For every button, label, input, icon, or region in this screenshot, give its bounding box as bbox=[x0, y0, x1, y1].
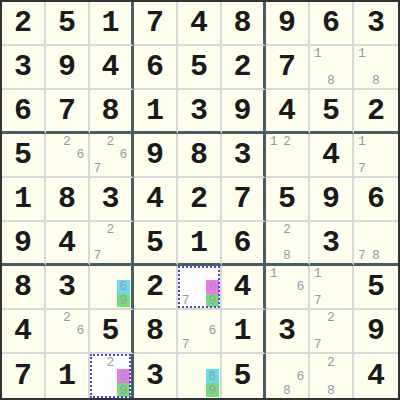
cell-value: 3 bbox=[354, 2, 398, 44]
pencil-mark-2: 2 bbox=[280, 223, 293, 236]
pencil-mark-6: 6 bbox=[74, 324, 87, 337]
pencil-marks: 18 bbox=[355, 47, 397, 87]
cell-r3c5[interactable]: 3 bbox=[178, 90, 222, 134]
cell-r9c1[interactable]: 7 bbox=[2, 354, 46, 398]
cell-value: 5 bbox=[46, 2, 88, 44]
cell-r7c8[interactable]: 17 bbox=[310, 266, 354, 310]
cell-r5c8[interactable]: 9 bbox=[310, 178, 354, 222]
cell-r1c2[interactable]: 5 bbox=[46, 2, 90, 46]
cell-r8c3[interactable]: 5 bbox=[90, 310, 134, 354]
cell-value: 4 bbox=[46, 222, 88, 263]
pencil-mark-9: 9 bbox=[206, 383, 219, 397]
pencil-mark-9: 9 bbox=[117, 383, 130, 397]
pencil-mark-6: 6 bbox=[294, 369, 307, 383]
pencil-marks: 26 bbox=[47, 135, 87, 175]
cell-r3c6[interactable]: 9 bbox=[222, 90, 266, 134]
cell-value: 7 bbox=[2, 354, 44, 398]
cell-value: 3 bbox=[90, 178, 131, 220]
cell-r8c8[interactable]: 27 bbox=[310, 310, 354, 354]
cell-r6c1[interactable]: 9 bbox=[2, 222, 46, 266]
cell-r9c8[interactable]: 28 bbox=[310, 354, 354, 398]
cell-r4c6[interactable]: 3 bbox=[222, 134, 266, 178]
cell-r5c4[interactable]: 4 bbox=[134, 178, 178, 222]
pencil-mark-8: 8 bbox=[324, 74, 337, 87]
pencil-mark-1: 1 bbox=[355, 47, 369, 60]
cell-value: 4 bbox=[310, 134, 352, 176]
pencil-mark-6: 6 bbox=[206, 369, 219, 383]
cell-r6c4[interactable]: 5 bbox=[134, 222, 178, 266]
cell-value: 3 bbox=[222, 134, 263, 176]
cell-r4c8[interactable]: 4 bbox=[310, 134, 354, 178]
pencil-mark-7: 7 bbox=[355, 249, 369, 262]
cell-r1c1[interactable]: 2 bbox=[2, 2, 46, 46]
cell-r1c9[interactable]: 3 bbox=[354, 2, 398, 46]
pencil-marks: 17 bbox=[311, 267, 351, 307]
cell-value: 4 bbox=[134, 178, 176, 220]
cell-value: 2 bbox=[222, 46, 263, 88]
pencil-mark-6: 6 bbox=[206, 324, 219, 337]
cell-r3c8[interactable]: 5 bbox=[310, 90, 354, 134]
cell-value: 4 bbox=[90, 46, 131, 88]
cell-value: 4 bbox=[354, 354, 398, 398]
pencil-marks: 69 bbox=[179, 355, 219, 397]
pencil-marks: 78 bbox=[355, 223, 397, 262]
cell-r9c4[interactable]: 3 bbox=[134, 354, 178, 398]
cell-r8c5[interactable]: 67 bbox=[178, 310, 222, 354]
cell-r9c6[interactable]: 5 bbox=[222, 354, 266, 398]
cell-r6c8[interactable]: 3 bbox=[310, 222, 354, 266]
cell-value: 3 bbox=[2, 46, 44, 88]
cell-r1c7[interactable]: 9 bbox=[266, 2, 310, 46]
cell-r7c9[interactable]: 5 bbox=[354, 266, 398, 310]
pencil-mark-2: 2 bbox=[324, 355, 337, 369]
pencil-marks: 269 bbox=[91, 355, 130, 397]
pencil-marks: 69 bbox=[91, 267, 130, 307]
cell-r6c6[interactable]: 6 bbox=[222, 222, 266, 266]
cell-value: 5 bbox=[222, 354, 263, 398]
cell-r6c3[interactable]: 27 bbox=[90, 222, 134, 266]
cell-value: 6 bbox=[2, 90, 44, 131]
cell-value: 9 bbox=[354, 310, 398, 352]
cell-value: 8 bbox=[178, 134, 220, 176]
pencil-mark-7: 7 bbox=[311, 294, 324, 307]
sudoku-board: 2517489633946527181867813945252626798312… bbox=[0, 0, 400, 400]
cell-value: 1 bbox=[222, 310, 263, 352]
cell-value: 5 bbox=[90, 310, 131, 352]
pencil-marks: 26 bbox=[47, 311, 87, 351]
cell-value: 3 bbox=[46, 266, 88, 308]
cell-r9c2[interactable]: 1 bbox=[46, 354, 90, 398]
cell-r8c6[interactable]: 1 bbox=[222, 310, 266, 354]
pencil-mark-2: 2 bbox=[280, 135, 293, 148]
pencil-mark-2: 2 bbox=[104, 355, 117, 369]
cell-value: 9 bbox=[46, 46, 88, 88]
pencil-mark-9: 9 bbox=[206, 294, 219, 307]
pencil-mark-6: 6 bbox=[206, 280, 219, 293]
pencil-mark-8: 8 bbox=[369, 249, 383, 262]
cell-value: 6 bbox=[310, 2, 352, 44]
cell-r4c9[interactable]: 17 bbox=[354, 134, 398, 178]
cell-value: 5 bbox=[2, 134, 44, 176]
cell-r4c7[interactable]: 12 bbox=[266, 134, 310, 178]
pencil-mark-6: 6 bbox=[117, 369, 130, 383]
cell-r3c4[interactable]: 1 bbox=[134, 90, 178, 134]
pencil-mark-7: 7 bbox=[91, 249, 104, 262]
cell-value: 9 bbox=[266, 2, 308, 44]
cell-value: 8 bbox=[134, 310, 176, 352]
cell-r3c7[interactable]: 4 bbox=[266, 90, 310, 134]
cell-r5c7[interactable]: 5 bbox=[266, 178, 310, 222]
cell-r1c5[interactable]: 4 bbox=[178, 2, 222, 46]
cell-r8c2[interactable]: 26 bbox=[46, 310, 90, 354]
cell-value: 3 bbox=[310, 222, 352, 263]
cell-r6c5[interactable]: 1 bbox=[178, 222, 222, 266]
cell-r4c5[interactable]: 8 bbox=[178, 134, 222, 178]
cell-value: 4 bbox=[2, 310, 44, 352]
pencil-marks: 28 bbox=[311, 355, 351, 397]
cell-value: 1 bbox=[90, 2, 131, 44]
pencil-marks: 679 bbox=[179, 267, 219, 307]
cell-value: 2 bbox=[134, 266, 176, 308]
cell-r7c3[interactable]: 69 bbox=[90, 266, 134, 310]
cell-value: 6 bbox=[354, 178, 398, 220]
cell-r7c1[interactable]: 8 bbox=[2, 266, 46, 310]
pencil-mark-7: 7 bbox=[311, 338, 324, 351]
cell-value: 4 bbox=[178, 2, 220, 44]
cell-value: 7 bbox=[222, 178, 263, 220]
pencil-marks: 12 bbox=[267, 135, 307, 175]
cell-r2c7[interactable]: 7 bbox=[266, 46, 310, 90]
cell-value: 6 bbox=[222, 222, 263, 263]
cell-r5c3[interactable]: 3 bbox=[90, 178, 134, 222]
cell-value: 6 bbox=[134, 46, 176, 88]
pencil-marks: 27 bbox=[311, 311, 351, 351]
pencil-marks: 67 bbox=[179, 311, 219, 351]
cell-r4c1[interactable]: 5 bbox=[2, 134, 46, 178]
pencil-mark-6: 6 bbox=[74, 148, 87, 161]
cell-value: 4 bbox=[266, 90, 308, 131]
cell-r9c5[interactable]: 69 bbox=[178, 354, 222, 398]
cell-r2c6[interactable]: 2 bbox=[222, 46, 266, 90]
cell-value: 9 bbox=[310, 178, 352, 220]
pencil-marks: 16 bbox=[267, 267, 307, 307]
cell-value: 8 bbox=[46, 178, 88, 220]
pencil-marks: 18 bbox=[311, 47, 351, 87]
pencil-mark-6: 6 bbox=[117, 148, 130, 161]
cell-r1c4[interactable]: 7 bbox=[134, 2, 178, 46]
cell-value: 7 bbox=[134, 2, 176, 44]
pencil-mark-2: 2 bbox=[324, 311, 337, 324]
cell-r4c2[interactable]: 26 bbox=[46, 134, 90, 178]
pencil-mark-6: 6 bbox=[294, 280, 307, 293]
pencil-mark-1: 1 bbox=[267, 267, 280, 280]
cell-r3c9[interactable]: 2 bbox=[354, 90, 398, 134]
cell-value: 2 bbox=[354, 90, 398, 131]
cell-r8c1[interactable]: 4 bbox=[2, 310, 46, 354]
cell-r3c2[interactable]: 7 bbox=[46, 90, 90, 134]
cell-value: 9 bbox=[2, 222, 44, 263]
cell-r5c5[interactable]: 2 bbox=[178, 178, 222, 222]
cell-r3c3[interactable]: 8 bbox=[90, 90, 134, 134]
pencil-mark-8: 8 bbox=[324, 383, 337, 397]
cell-r6c2[interactable]: 4 bbox=[46, 222, 90, 266]
cell-r2c1[interactable]: 3 bbox=[2, 46, 46, 90]
cell-r5c1[interactable]: 1 bbox=[2, 178, 46, 222]
cell-r8c7[interactable]: 3 bbox=[266, 310, 310, 354]
pencil-mark-7: 7 bbox=[355, 162, 369, 175]
cell-r2c4[interactable]: 6 bbox=[134, 46, 178, 90]
pencil-mark-8: 8 bbox=[369, 74, 383, 87]
pencil-marks: 27 bbox=[91, 223, 130, 262]
cell-value: 9 bbox=[134, 134, 176, 176]
cell-value: 1 bbox=[46, 354, 88, 398]
cell-value: 3 bbox=[266, 310, 308, 352]
cell-value: 7 bbox=[46, 90, 88, 131]
pencil-mark-9: 9 bbox=[117, 294, 130, 307]
cell-r6c9[interactable]: 78 bbox=[354, 222, 398, 266]
pencil-marks: 17 bbox=[355, 135, 397, 175]
cell-r7c6[interactable]: 4 bbox=[222, 266, 266, 310]
cell-r5c6[interactable]: 7 bbox=[222, 178, 266, 222]
cell-r7c7[interactable]: 16 bbox=[266, 266, 310, 310]
pencil-marks: 68 bbox=[267, 355, 307, 397]
cell-r2c3[interactable]: 4 bbox=[90, 46, 134, 90]
cell-r6c7[interactable]: 28 bbox=[266, 222, 310, 266]
pencil-mark-8: 8 bbox=[280, 383, 293, 397]
cell-value: 2 bbox=[178, 178, 220, 220]
cell-r2c8[interactable]: 18 bbox=[310, 46, 354, 90]
cell-r5c9[interactable]: 6 bbox=[354, 178, 398, 222]
pencil-mark-7: 7 bbox=[91, 162, 104, 175]
cell-value: 5 bbox=[134, 222, 176, 263]
cell-value: 5 bbox=[354, 266, 398, 308]
cell-r4c4[interactable]: 9 bbox=[134, 134, 178, 178]
cell-value: 1 bbox=[134, 90, 176, 131]
cell-r9c7[interactable]: 68 bbox=[266, 354, 310, 398]
pencil-mark-8: 8 bbox=[280, 249, 293, 262]
cell-value: 8 bbox=[222, 2, 263, 44]
cell-r4c3[interactable]: 267 bbox=[90, 134, 134, 178]
cell-r8c4[interactable]: 8 bbox=[134, 310, 178, 354]
cell-r1c6[interactable]: 8 bbox=[222, 2, 266, 46]
pencil-mark-2: 2 bbox=[104, 223, 117, 236]
cell-r3c1[interactable]: 6 bbox=[2, 90, 46, 134]
cell-value: 7 bbox=[266, 46, 308, 88]
pencil-mark-6: 6 bbox=[117, 280, 130, 293]
pencil-mark-2: 2 bbox=[60, 311, 73, 324]
cell-value: 1 bbox=[178, 222, 220, 263]
cell-value: 9 bbox=[222, 90, 263, 131]
cell-value: 5 bbox=[310, 90, 352, 131]
cell-r9c9[interactable]: 4 bbox=[354, 354, 398, 398]
cell-value: 3 bbox=[178, 90, 220, 131]
cell-value: 5 bbox=[178, 46, 220, 88]
cell-r9c3[interactable]: 269 bbox=[90, 354, 134, 398]
cell-value: 2 bbox=[2, 2, 44, 44]
cell-value: 1 bbox=[2, 178, 44, 220]
cell-value: 8 bbox=[2, 266, 44, 308]
pencil-marks: 28 bbox=[267, 223, 307, 262]
pencil-mark-2: 2 bbox=[60, 135, 73, 148]
pencil-mark-1: 1 bbox=[311, 267, 324, 280]
cell-r2c5[interactable]: 5 bbox=[178, 46, 222, 90]
cell-r2c9[interactable]: 18 bbox=[354, 46, 398, 90]
cell-r7c5[interactable]: 679 bbox=[178, 266, 222, 310]
cell-r2c2[interactable]: 9 bbox=[46, 46, 90, 90]
cell-r1c3[interactable]: 1 bbox=[90, 2, 134, 46]
cell-value: 5 bbox=[266, 178, 308, 220]
pencil-mark-1: 1 bbox=[311, 47, 324, 60]
cell-value: 8 bbox=[90, 90, 131, 131]
pencil-mark-7: 7 bbox=[179, 294, 192, 307]
cell-r7c4[interactable]: 2 bbox=[134, 266, 178, 310]
cell-r1c8[interactable]: 6 bbox=[310, 2, 354, 46]
pencil-mark-1: 1 bbox=[355, 135, 369, 148]
cell-r7c2[interactable]: 3 bbox=[46, 266, 90, 310]
pencil-mark-1: 1 bbox=[267, 135, 280, 148]
cell-r5c2[interactable]: 8 bbox=[46, 178, 90, 222]
cell-r8c9[interactable]: 9 bbox=[354, 310, 398, 354]
pencil-mark-7: 7 bbox=[179, 338, 192, 351]
pencil-marks: 267 bbox=[91, 135, 130, 175]
cell-value: 4 bbox=[222, 266, 263, 308]
pencil-mark-2: 2 bbox=[104, 135, 117, 148]
cell-value: 3 bbox=[134, 354, 176, 398]
